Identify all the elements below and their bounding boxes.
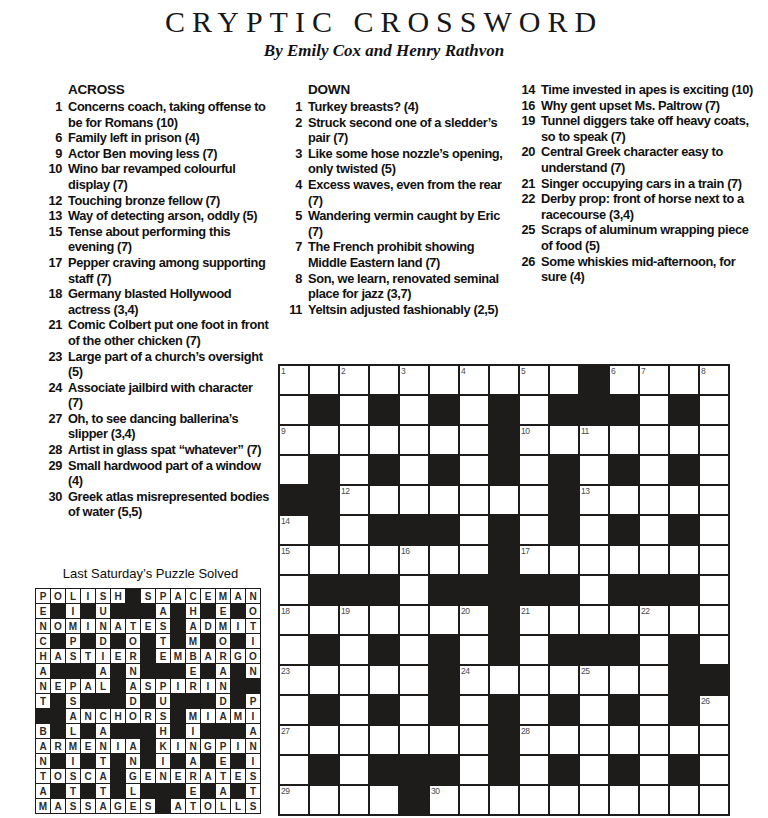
grid-cell[interactable] <box>520 516 548 544</box>
grid-cell: T <box>96 784 110 798</box>
grid-cell: M <box>66 739 80 753</box>
block-cell <box>400 516 428 544</box>
grid-cell[interactable] <box>700 576 728 604</box>
cell-number: 8 <box>701 366 705 376</box>
grid-cell: R <box>126 649 140 663</box>
grid-cell[interactable] <box>520 486 548 514</box>
grid-cell[interactable] <box>670 726 698 754</box>
block-cell <box>370 456 398 484</box>
grid-cell[interactable] <box>400 426 428 454</box>
grid-cell: D <box>216 694 230 708</box>
grid-cell[interactable] <box>340 786 368 814</box>
grid-cell[interactable] <box>700 426 728 454</box>
grid-cell[interactable] <box>460 396 488 424</box>
grid-cell[interactable] <box>610 606 638 634</box>
block-cell <box>610 396 638 424</box>
grid-cell[interactable] <box>550 606 578 634</box>
grid-cell[interactable] <box>400 486 428 514</box>
grid-cell[interactable] <box>640 756 668 784</box>
block-cell <box>310 486 338 514</box>
grid-cell[interactable] <box>700 516 728 544</box>
grid-cell: I <box>246 709 260 723</box>
grid-cell[interactable] <box>310 606 338 634</box>
grid-cell: O <box>216 634 230 648</box>
grid-cell: H <box>186 604 200 618</box>
grid-cell[interactable] <box>520 756 548 784</box>
grid-cell[interactable] <box>280 636 308 664</box>
grid-cell[interactable] <box>460 756 488 784</box>
grid-cell[interactable]: 11 <box>580 426 608 454</box>
grid-cell[interactable] <box>340 546 368 574</box>
grid-cell: N <box>246 589 260 603</box>
grid-cell[interactable] <box>640 396 668 424</box>
block-cell <box>231 664 245 678</box>
clue: 21Singer occupying cars in a train (7) <box>511 176 759 192</box>
grid-cell[interactable] <box>700 396 728 424</box>
grid-cell: P <box>66 634 80 648</box>
block-cell <box>231 679 245 693</box>
grid-cell[interactable] <box>310 666 338 694</box>
grid-cell[interactable] <box>400 696 428 724</box>
grid-cell[interactable] <box>460 426 488 454</box>
grid-cell[interactable] <box>670 606 698 634</box>
grid-cell: T <box>216 769 230 783</box>
clue: 27Oh, to see dancing ballerina’s slipper… <box>38 411 270 442</box>
crossword-grid: 1234567891011121314151617181920212223242… <box>278 364 730 816</box>
block-cell <box>490 636 518 664</box>
grid-cell[interactable] <box>640 666 668 694</box>
grid-cell[interactable] <box>280 696 308 724</box>
grid-cell[interactable] <box>580 726 608 754</box>
block-cell <box>670 666 698 694</box>
grid-cell: P <box>36 589 50 603</box>
grid-cell[interactable]: 26 <box>700 696 728 724</box>
cell-number: 4 <box>461 366 465 376</box>
block-cell <box>51 724 65 738</box>
grid-cell[interactable] <box>430 606 458 634</box>
grid-cell[interactable] <box>310 726 338 754</box>
grid-cell[interactable] <box>490 666 518 694</box>
clue-text: Struck second one of a sledder’s pair (7… <box>308 115 506 146</box>
grid-cell[interactable] <box>370 606 398 634</box>
block-cell <box>550 516 578 544</box>
grid-cell[interactable]: 7 <box>640 366 668 394</box>
grid-cell[interactable] <box>670 366 698 394</box>
clue-number: 8 <box>278 271 302 302</box>
grid-cell: A <box>201 769 215 783</box>
grid-cell[interactable] <box>610 726 638 754</box>
grid-cell[interactable] <box>640 786 668 814</box>
grid-cell[interactable] <box>460 636 488 664</box>
grid-cell: S <box>66 799 80 813</box>
grid-cell[interactable] <box>340 696 368 724</box>
grid-cell[interactable]: 17 <box>520 546 548 574</box>
grid-cell[interactable]: 23 <box>280 666 308 694</box>
grid-cell: I <box>96 649 110 663</box>
block-cell <box>610 696 638 724</box>
grid-cell[interactable] <box>460 696 488 724</box>
cell-number: 12 <box>341 486 349 496</box>
clue-text: Concerns coach, taking offense to be for… <box>68 99 270 130</box>
block-cell <box>490 576 518 604</box>
grid-cell[interactable] <box>550 546 578 574</box>
grid-cell: E <box>126 799 140 813</box>
clue-text: Central Greek character easy to understa… <box>541 144 759 175</box>
grid-cell[interactable]: 9 <box>280 426 308 454</box>
grid-cell[interactable]: 27 <box>280 726 308 754</box>
grid-cell[interactable] <box>580 786 608 814</box>
grid-cell: I <box>246 634 260 648</box>
clue-number: 6 <box>38 130 62 146</box>
grid-cell: G <box>231 649 245 663</box>
block-cell <box>610 756 638 784</box>
grid-cell: E <box>216 604 230 618</box>
block-cell <box>370 576 398 604</box>
grid-cell[interactable]: 18 <box>280 606 308 634</box>
grid-cell[interactable] <box>400 606 428 634</box>
grid-cell: S <box>96 589 110 603</box>
grid-cell: A <box>171 799 185 813</box>
grid-cell[interactable]: 10 <box>520 426 548 454</box>
grid-cell[interactable]: 29 <box>280 786 308 814</box>
block-cell <box>141 604 155 618</box>
grid-cell[interactable] <box>520 786 548 814</box>
grid-cell[interactable] <box>610 426 638 454</box>
grid-cell: I <box>171 739 185 753</box>
block-cell <box>670 696 698 724</box>
block-cell <box>610 636 638 664</box>
grid-cell[interactable] <box>580 576 608 604</box>
grid-cell[interactable]: 13 <box>580 486 608 514</box>
block-cell <box>201 634 215 648</box>
block-cell <box>490 546 518 574</box>
block-cell <box>51 784 65 798</box>
grid-cell[interactable] <box>670 786 698 814</box>
grid-cell[interactable] <box>370 666 398 694</box>
grid-cell[interactable] <box>610 486 638 514</box>
grid-cell[interactable] <box>310 366 338 394</box>
grid-cell[interactable] <box>460 786 488 814</box>
grid-cell[interactable] <box>430 486 458 514</box>
grid-cell: N <box>216 679 230 693</box>
block-cell <box>580 396 608 424</box>
clue-number: 15 <box>38 224 62 255</box>
block-cell <box>550 396 578 424</box>
byline: By Emily Cox and Henry Rathvon <box>0 41 768 61</box>
grid-cell[interactable]: 30 <box>430 786 458 814</box>
grid-cell[interactable] <box>550 666 578 694</box>
grid-cell[interactable] <box>640 456 668 484</box>
grid-cell[interactable]: 24 <box>460 666 488 694</box>
block-cell <box>201 604 215 618</box>
grid-cell: P <box>216 739 230 753</box>
grid-cell[interactable] <box>550 726 578 754</box>
grid-cell[interactable] <box>280 456 308 484</box>
grid-cell[interactable]: 6 <box>610 366 638 394</box>
clue-number: 10 <box>38 161 62 192</box>
grid-cell: A <box>96 664 110 678</box>
grid-cell[interactable] <box>670 486 698 514</box>
grid-cell[interactable] <box>310 786 338 814</box>
grid-cell[interactable] <box>310 426 338 454</box>
grid-cell[interactable] <box>460 486 488 514</box>
block-cell <box>216 724 230 738</box>
grid-cell[interactable]: 21 <box>520 606 548 634</box>
grid-cell[interactable]: 20 <box>460 606 488 634</box>
block-cell <box>231 724 245 738</box>
clue-number: 27 <box>38 411 62 442</box>
clue: 16Why gent upset Ms. Paltrow (7) <box>511 98 759 114</box>
block-cell <box>430 576 458 604</box>
grid-cell[interactable] <box>370 486 398 514</box>
block-cell <box>280 486 308 514</box>
cell-number: 3 <box>401 366 405 376</box>
clue-text: Touching bronze fellow (7) <box>68 193 270 209</box>
grid-cell[interactable] <box>310 546 338 574</box>
grid-cell[interactable] <box>340 516 368 544</box>
grid-cell[interactable] <box>460 456 488 484</box>
grid-cell[interactable]: 19 <box>340 606 368 634</box>
grid-cell[interactable] <box>340 456 368 484</box>
grid-cell[interactable]: 16 <box>400 546 428 574</box>
grid-cell[interactable]: 4 <box>460 366 488 394</box>
grid-cell[interactable]: 25 <box>580 666 608 694</box>
grid-cell[interactable] <box>640 516 668 544</box>
grid-cell[interactable] <box>370 546 398 574</box>
block-cell <box>490 516 518 544</box>
clue-text: Wandering vermin caught by Eric (7) <box>308 208 506 239</box>
grid-cell[interactable] <box>520 666 548 694</box>
grid-cell[interactable]: 15 <box>280 546 308 574</box>
clue-text: Large part of a church’s oversight (5) <box>68 349 270 380</box>
block-cell <box>400 756 428 784</box>
grid-cell[interactable] <box>400 456 428 484</box>
grid-cell[interactable] <box>490 366 518 394</box>
grid-cell[interactable]: 14 <box>280 516 308 544</box>
grid-cell[interactable] <box>520 636 548 664</box>
grid-cell: S <box>156 619 170 633</box>
cell-number: 26 <box>701 696 709 706</box>
grid-cell[interactable] <box>550 786 578 814</box>
grid-cell[interactable] <box>550 366 578 394</box>
clue-text: Family left in prison (4) <box>68 130 270 146</box>
grid-cell[interactable] <box>550 426 578 454</box>
grid-cell[interactable] <box>430 366 458 394</box>
grid-cell[interactable]: 22 <box>640 606 668 634</box>
grid-cell[interactable]: 8 <box>700 366 728 394</box>
block-cell <box>310 756 338 784</box>
grid-cell[interactable] <box>640 426 668 454</box>
grid-cell[interactable]: 2 <box>340 366 368 394</box>
grid-cell[interactable] <box>430 726 458 754</box>
grid-cell[interactable] <box>460 516 488 544</box>
cell-number: 14 <box>281 516 289 526</box>
grid-cell[interactable] <box>340 396 368 424</box>
block-cell <box>430 696 458 724</box>
grid-cell[interactable] <box>580 516 608 544</box>
grid-cell[interactable] <box>700 636 728 664</box>
grid-cell[interactable] <box>610 786 638 814</box>
grid-cell[interactable] <box>670 546 698 574</box>
grid-cell: R <box>51 739 65 753</box>
cell-number: 2 <box>341 366 345 376</box>
grid-cell: N <box>96 619 110 633</box>
grid-cell[interactable] <box>700 786 728 814</box>
grid-cell[interactable]: 5 <box>520 366 548 394</box>
block-cell <box>610 456 638 484</box>
clue: 10Wino bar revamped colourful display (7… <box>38 161 270 192</box>
block-cell <box>340 576 368 604</box>
block-cell <box>171 634 185 648</box>
block-cell <box>111 754 125 768</box>
cell-number: 19 <box>341 606 349 616</box>
grid-cell: M <box>66 619 80 633</box>
grid-cell[interactable] <box>340 726 368 754</box>
block-cell <box>490 696 518 724</box>
grid-cell[interactable] <box>700 756 728 784</box>
clue-text: Tunnel diggers take off heavy coats, so … <box>541 113 759 144</box>
grid-cell[interactable] <box>640 486 668 514</box>
grid-cell: P <box>156 679 170 693</box>
grid-cell[interactable] <box>640 726 668 754</box>
block-cell <box>186 694 200 708</box>
grid-cell: I <box>66 754 80 768</box>
grid-cell: I <box>66 604 80 618</box>
grid-cell[interactable] <box>490 486 518 514</box>
clue: 12Touching bronze fellow (7) <box>38 193 270 209</box>
grid-cell[interactable]: 12 <box>340 486 368 514</box>
grid-cell: I <box>231 619 245 633</box>
grid-cell[interactable] <box>610 666 638 694</box>
block-cell <box>66 664 80 678</box>
grid-cell[interactable] <box>370 426 398 454</box>
grid-cell: A <box>216 664 230 678</box>
block-cell <box>430 396 458 424</box>
clue-text: Excess waves, even from the rear (7) <box>308 177 506 208</box>
grid-cell[interactable] <box>700 726 728 754</box>
grid-cell: G <box>126 769 140 783</box>
cell-number: 30 <box>431 786 439 796</box>
grid-cell[interactable] <box>670 426 698 454</box>
block-cell <box>550 456 578 484</box>
grid-cell[interactable] <box>400 666 428 694</box>
grid-cell[interactable] <box>460 726 488 754</box>
grid-cell[interactable] <box>430 426 458 454</box>
grid-cell[interactable] <box>520 456 548 484</box>
grid-cell[interactable] <box>610 546 638 574</box>
block-cell <box>490 726 518 754</box>
grid-cell[interactable] <box>340 426 368 454</box>
cell-number: 28 <box>521 726 529 736</box>
block-cell <box>370 636 398 664</box>
grid-cell[interactable] <box>400 636 428 664</box>
grid-cell[interactable] <box>340 756 368 784</box>
grid-cell[interactable] <box>340 666 368 694</box>
clue: 30Greek atlas misrepresented bodies of w… <box>38 489 270 520</box>
grid-cell: T <box>156 634 170 648</box>
grid-cell[interactable] <box>700 606 728 634</box>
clue: 2Struck second one of a sledder’s pair (… <box>278 115 506 146</box>
cell-number: 16 <box>401 546 409 556</box>
grid-cell[interactable] <box>430 546 458 574</box>
grid-cell[interactable] <box>340 636 368 664</box>
grid-cell: N <box>36 754 50 768</box>
clue: 22Derby prop: front of horse next to a r… <box>511 191 759 222</box>
clue-number: 13 <box>38 208 62 224</box>
grid-cell[interactable] <box>400 726 428 754</box>
grid-cell: H <box>111 589 125 603</box>
grid-cell[interactable] <box>280 756 308 784</box>
grid-cell[interactable]: 1 <box>280 366 308 394</box>
block-cell <box>370 396 398 424</box>
grid-cell[interactable] <box>370 726 398 754</box>
grid-cell[interactable] <box>640 636 668 664</box>
grid-cell[interactable] <box>700 546 728 574</box>
grid-cell[interactable] <box>400 576 428 604</box>
clue-text: Comic Colbert put one foot in front of t… <box>68 317 270 348</box>
grid-cell[interactable] <box>400 396 428 424</box>
cell-number: 1 <box>281 366 285 376</box>
clue: 7The French prohibit showing Middle East… <box>278 239 506 270</box>
grid-cell[interactable] <box>580 606 608 634</box>
grid-cell[interactable] <box>520 396 548 424</box>
clue-number: 21 <box>38 317 62 348</box>
clue-text: Greek atlas misrepresented bodies of wat… <box>68 489 270 520</box>
clue: 19Tunnel diggers take off heavy coats, s… <box>511 113 759 144</box>
clue-text: Oh, to see dancing ballerina’s slipper (… <box>68 411 270 442</box>
block-cell <box>490 396 518 424</box>
grid-cell[interactable] <box>370 786 398 814</box>
grid-cell[interactable]: 3 <box>400 366 428 394</box>
clue-text: Way of detecting arson, oddly (5) <box>68 208 270 224</box>
clue-text: The French prohibit showing Middle Easte… <box>308 239 506 270</box>
block-cell <box>670 756 698 784</box>
grid-cell: N <box>246 739 260 753</box>
grid-cell[interactable] <box>490 786 518 814</box>
block-cell <box>430 456 458 484</box>
grid-cell: N <box>156 769 170 783</box>
grid-cell[interactable] <box>640 546 668 574</box>
clue-number: 11 <box>278 302 302 318</box>
grid-cell: I <box>201 679 215 693</box>
block-cell <box>231 694 245 708</box>
grid-cell[interactable] <box>700 486 728 514</box>
block-cell <box>171 784 185 798</box>
grid-cell[interactable] <box>280 396 308 424</box>
block-cell <box>310 636 338 664</box>
grid-cell[interactable] <box>580 546 608 574</box>
block-cell <box>141 724 155 738</box>
grid-cell: E <box>216 754 230 768</box>
cell-number: 21 <box>521 606 529 616</box>
grid-cell[interactable] <box>280 576 308 604</box>
grid-cell[interactable] <box>370 366 398 394</box>
grid-cell: N <box>81 709 95 723</box>
block-cell <box>141 634 155 648</box>
grid-cell[interactable] <box>580 696 608 724</box>
grid-cell: A <box>51 649 65 663</box>
grid-cell[interactable] <box>520 696 548 724</box>
block-cell <box>126 604 140 618</box>
grid-cell[interactable] <box>640 696 668 724</box>
clue: 28Artist in glass spat “whatever” (7) <box>38 442 270 458</box>
block-cell <box>51 709 65 723</box>
grid-cell[interactable] <box>700 456 728 484</box>
grid-cell[interactable] <box>580 456 608 484</box>
grid-cell[interactable] <box>460 546 488 574</box>
grid-cell[interactable] <box>580 756 608 784</box>
grid-cell[interactable]: 28 <box>520 726 548 754</box>
